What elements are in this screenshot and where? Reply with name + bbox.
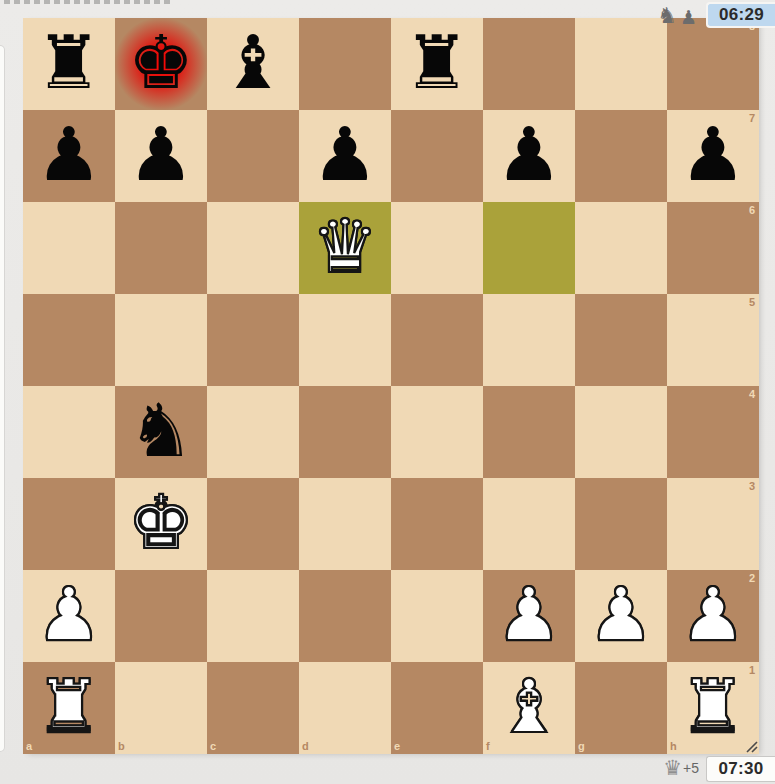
- material-advantage: +5: [683, 760, 699, 776]
- square-a4[interactable]: [23, 386, 115, 478]
- square-f3[interactable]: [483, 478, 575, 570]
- square-c1[interactable]: c: [207, 662, 299, 754]
- game-page: ♞♟ 06:29 ♜♚♝♜8♟♟♟♟7♟♛65♞4♚3♟♟♟2♟a♜bcdef♝…: [0, 0, 775, 784]
- square-g8[interactable]: [575, 18, 667, 110]
- black-clock: 06:29: [706, 2, 775, 28]
- square-e4[interactable]: [391, 386, 483, 478]
- square-b1[interactable]: b: [115, 662, 207, 754]
- square-f8[interactable]: [483, 18, 575, 110]
- square-g6[interactable]: [575, 202, 667, 294]
- square-d2[interactable]: [299, 570, 391, 662]
- captured-knight-icon: ♞: [657, 5, 677, 27]
- square-f6[interactable]: [483, 202, 575, 294]
- file-label-f: f: [486, 741, 490, 752]
- square-e5[interactable]: [391, 294, 483, 386]
- square-a7[interactable]: ♟: [23, 110, 115, 202]
- square-h7[interactable]: 7♟: [667, 110, 759, 202]
- file-label-d: d: [302, 741, 309, 752]
- square-b6[interactable]: [115, 202, 207, 294]
- player-captured-pieces: ♛: [663, 758, 682, 779]
- file-label-b: b: [118, 741, 125, 752]
- black-rook[interactable]: ♜: [404, 16, 470, 112]
- square-b4[interactable]: ♞: [115, 386, 207, 478]
- board-resize-handle-icon[interactable]: [744, 739, 758, 757]
- rank-label-1: 1: [749, 665, 755, 676]
- square-d3[interactable]: [299, 478, 391, 570]
- square-g4[interactable]: [575, 386, 667, 478]
- rank-label-6: 6: [749, 205, 755, 216]
- opponent-captured-pieces: ♞♟: [657, 3, 697, 27]
- square-f7[interactable]: ♟: [483, 110, 575, 202]
- square-h2[interactable]: 2♟: [667, 570, 759, 662]
- square-e3[interactable]: [391, 478, 483, 570]
- file-label-g: g: [578, 741, 585, 752]
- square-h3[interactable]: 3: [667, 478, 759, 570]
- square-e6[interactable]: [391, 202, 483, 294]
- white-pawn[interactable]: ♟: [36, 568, 102, 664]
- square-g2[interactable]: ♟: [575, 570, 667, 662]
- black-pawn[interactable]: ♟: [36, 108, 102, 204]
- rank-label-7: 7: [749, 113, 755, 124]
- white-pawn[interactable]: ♟: [680, 568, 746, 664]
- white-queen[interactable]: ♛: [312, 200, 378, 296]
- black-pawn[interactable]: ♟: [312, 108, 378, 204]
- square-d4[interactable]: [299, 386, 391, 478]
- chess-board: ♜♚♝♜8♟♟♟♟7♟♛65♞4♚3♟♟♟2♟a♜bcdef♝g1h♜: [23, 18, 759, 754]
- black-knight[interactable]: ♞: [128, 384, 194, 480]
- square-c5[interactable]: [207, 294, 299, 386]
- square-h6[interactable]: 6: [667, 202, 759, 294]
- square-c6[interactable]: [207, 202, 299, 294]
- square-c2[interactable]: [207, 570, 299, 662]
- file-label-h: h: [670, 741, 677, 752]
- file-label-c: c: [210, 741, 216, 752]
- square-a6[interactable]: [23, 202, 115, 294]
- black-pawn[interactable]: ♟: [128, 108, 194, 204]
- white-rook[interactable]: ♜: [680, 660, 746, 756]
- square-b5[interactable]: [115, 294, 207, 386]
- black-bishop[interactable]: ♝: [220, 16, 286, 112]
- square-g3[interactable]: [575, 478, 667, 570]
- square-h5[interactable]: 5: [667, 294, 759, 386]
- square-h8[interactable]: 8: [667, 18, 759, 110]
- black-pawn[interactable]: ♟: [680, 108, 746, 204]
- square-d8[interactable]: [299, 18, 391, 110]
- square-a2[interactable]: ♟: [23, 570, 115, 662]
- square-c3[interactable]: [207, 478, 299, 570]
- square-f1[interactable]: f♝: [483, 662, 575, 754]
- file-label-a: a: [26, 741, 32, 752]
- square-d1[interactable]: d: [299, 662, 391, 754]
- black-pawn[interactable]: ♟: [496, 108, 562, 204]
- rank-label-3: 3: [749, 481, 755, 492]
- captured-pawn-icon: ♟: [680, 8, 697, 27]
- square-c8[interactable]: ♝: [207, 18, 299, 110]
- square-a1[interactable]: a♜: [23, 662, 115, 754]
- white-pawn[interactable]: ♟: [496, 568, 562, 664]
- white-rook[interactable]: ♜: [36, 660, 102, 756]
- square-c4[interactable]: [207, 386, 299, 478]
- square-g1[interactable]: g: [575, 662, 667, 754]
- square-e8[interactable]: ♜: [391, 18, 483, 110]
- square-d5[interactable]: [299, 294, 391, 386]
- black-king[interactable]: ♚: [128, 16, 194, 112]
- rank-label-5: 5: [749, 297, 755, 308]
- clipped-header-text: [4, 0, 172, 4]
- white-pawn[interactable]: ♟: [588, 568, 654, 664]
- square-f4[interactable]: [483, 386, 575, 478]
- black-rook[interactable]: ♜: [36, 16, 102, 112]
- square-h4[interactable]: 4: [667, 386, 759, 478]
- white-king[interactable]: ♚: [128, 476, 194, 572]
- square-e2[interactable]: [391, 570, 483, 662]
- white-bishop[interactable]: ♝: [496, 660, 562, 756]
- square-a5[interactable]: [23, 294, 115, 386]
- white-clock: 07:30: [706, 756, 775, 782]
- rank-label-2: 2: [749, 573, 755, 584]
- black-clock-time: 06:29: [719, 5, 764, 25]
- square-g7[interactable]: [575, 110, 667, 202]
- square-d6[interactable]: ♛: [299, 202, 391, 294]
- square-b3[interactable]: ♚: [115, 478, 207, 570]
- square-b2[interactable]: [115, 570, 207, 662]
- square-c7[interactable]: [207, 110, 299, 202]
- square-e1[interactable]: e: [391, 662, 483, 754]
- square-b7[interactable]: ♟: [115, 110, 207, 202]
- square-a8[interactable]: ♜: [23, 18, 115, 110]
- square-d7[interactable]: ♟: [299, 110, 391, 202]
- square-g5[interactable]: [575, 294, 667, 386]
- rank-label-4: 4: [749, 389, 755, 400]
- square-f5[interactable]: [483, 294, 575, 386]
- square-e7[interactable]: [391, 110, 483, 202]
- side-panel-edge: [0, 45, 5, 752]
- square-f2[interactable]: ♟: [483, 570, 575, 662]
- file-label-e: e: [394, 741, 400, 752]
- captured-queen-icon: ♛: [663, 758, 682, 779]
- white-clock-time: 07:30: [719, 759, 764, 779]
- player-material-bar: ♛ +5: [663, 756, 699, 780]
- square-a3[interactable]: [23, 478, 115, 570]
- square-b8[interactable]: ♚: [115, 18, 207, 110]
